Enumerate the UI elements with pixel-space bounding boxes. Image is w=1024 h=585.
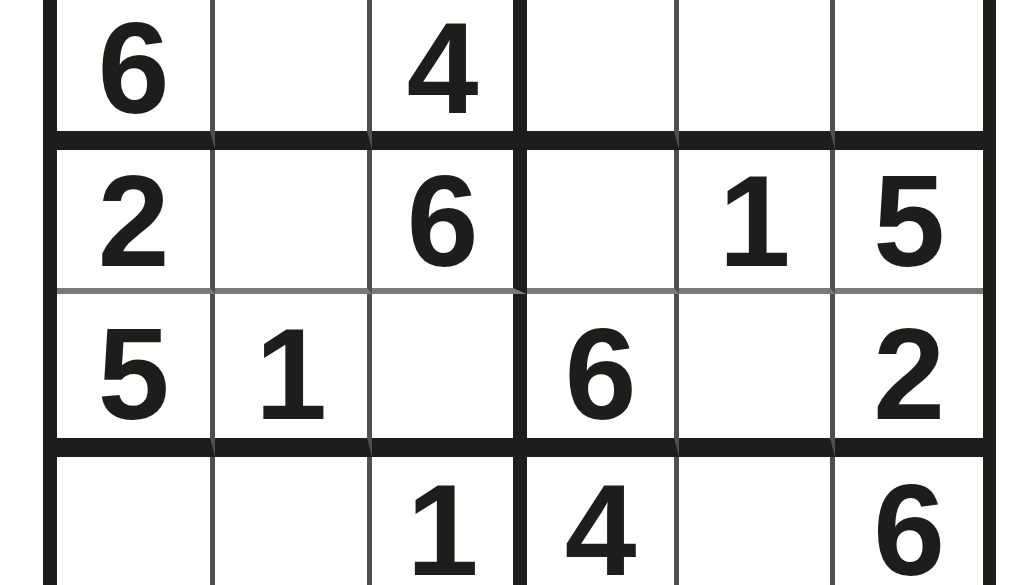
given-digit: 6	[407, 157, 479, 286]
sudoku-cell-r1c2[interactable]	[215, 0, 372, 150]
sudoku-cell-r2c4[interactable]	[527, 150, 679, 294]
given-digit: 6	[565, 310, 637, 439]
sudoku-puzzle-image: 6426155162146	[0, 0, 1024, 585]
sudoku-cell-r2c3[interactable]: 6	[372, 150, 527, 294]
given-digit: 1	[407, 466, 479, 585]
sudoku-board: 6426155162146	[43, 0, 996, 585]
sudoku-cell-r1c6[interactable]	[835, 0, 983, 150]
sudoku-cell-r4c4[interactable]: 4	[527, 457, 679, 585]
sudoku-cell-r1c5[interactable]	[679, 0, 835, 150]
given-digit: 6	[98, 4, 170, 133]
sudoku-cell-r3c5[interactable]	[679, 294, 835, 457]
sudoku-cell-r1c1[interactable]: 6	[57, 0, 215, 150]
sudoku-cell-r1c3[interactable]: 4	[372, 0, 527, 150]
sudoku-cell-r3c6[interactable]: 2	[835, 294, 983, 457]
sudoku-cell-r3c1[interactable]: 5	[57, 294, 215, 457]
sudoku-cell-r2c1[interactable]: 2	[57, 150, 215, 294]
sudoku-cell-r3c3[interactable]	[372, 294, 527, 457]
sudoku-cell-r4c5[interactable]	[679, 457, 835, 585]
sudoku-cell-r4c2[interactable]	[215, 457, 372, 585]
given-digit: 2	[98, 157, 170, 286]
given-digit: 5	[873, 157, 945, 286]
sudoku-cell-r4c6[interactable]: 6	[835, 457, 983, 585]
given-digit: 5	[98, 310, 170, 439]
given-digit: 4	[565, 466, 637, 585]
sudoku-cell-r3c4[interactable]: 6	[527, 294, 679, 457]
sudoku-cell-r2c6[interactable]: 5	[835, 150, 983, 294]
sudoku-cell-r4c3[interactable]: 1	[372, 457, 527, 585]
sudoku-cell-r2c2[interactable]	[215, 150, 372, 294]
given-digit: 6	[873, 466, 945, 585]
sudoku-cell-r4c1[interactable]	[57, 457, 215, 585]
sudoku-cell-r2c5[interactable]: 1	[679, 150, 835, 294]
given-digit: 1	[255, 310, 327, 439]
given-digit: 2	[873, 310, 945, 439]
sudoku-cell-r1c4[interactable]	[527, 0, 679, 150]
given-digit: 1	[719, 157, 791, 286]
sudoku-cell-r3c2[interactable]: 1	[215, 294, 372, 457]
given-digit: 4	[407, 4, 479, 133]
